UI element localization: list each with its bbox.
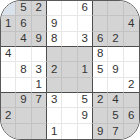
sudoku-cell-r8c3[interactable] bbox=[32, 108, 47, 123]
sudoku-cell-r7c8[interactable]: 4 bbox=[108, 93, 123, 108]
sudoku-cell-r5c2[interactable]: 8 bbox=[16, 62, 31, 77]
sudoku-app-icon: 526169449836248832159129735242956197 bbox=[0, 0, 140, 140]
sudoku-cell-r2c4[interactable]: 9 bbox=[47, 16, 62, 31]
sudoku-cell-r9c7[interactable]: 9 bbox=[93, 124, 108, 139]
sudoku-cell-r2c3[interactable] bbox=[32, 16, 47, 31]
sudoku-cell-r1c1[interactable] bbox=[1, 1, 16, 16]
sudoku-cell-r4c2[interactable] bbox=[16, 47, 31, 62]
sudoku-cell-r8c1[interactable]: 2 bbox=[1, 108, 16, 123]
sudoku-cell-r5c3[interactable]: 3 bbox=[32, 62, 47, 77]
sudoku-cell-r6c8[interactable] bbox=[108, 78, 123, 93]
sudoku-cell-r3c8[interactable]: 2 bbox=[108, 32, 123, 47]
sudoku-cell-r8c8[interactable]: 5 bbox=[108, 108, 123, 123]
sudoku-cell-r4c1[interactable]: 4 bbox=[1, 47, 16, 62]
sudoku-cell-r3c5[interactable] bbox=[62, 32, 77, 47]
sudoku-cell-r3c6[interactable]: 3 bbox=[78, 32, 93, 47]
sudoku-cell-r2c8[interactable] bbox=[108, 16, 123, 31]
sudoku-cell-r1c2[interactable]: 5 bbox=[16, 1, 31, 16]
sudoku-cell-r4c7[interactable]: 8 bbox=[93, 47, 108, 62]
sudoku-cell-r1c4[interactable] bbox=[47, 1, 62, 16]
sudoku-cell-r5c5[interactable] bbox=[62, 62, 77, 77]
sudoku-cell-r4c4[interactable] bbox=[47, 47, 62, 62]
sudoku-cell-r5c7[interactable]: 5 bbox=[93, 62, 108, 77]
sudoku-cell-r6c4[interactable] bbox=[47, 78, 62, 93]
sudoku-cell-r6c5[interactable] bbox=[62, 78, 77, 93]
sudoku-cell-r3c7[interactable]: 6 bbox=[93, 32, 108, 47]
sudoku-cell-r1c8[interactable] bbox=[108, 1, 123, 16]
sudoku-cell-r4c3[interactable] bbox=[32, 47, 47, 62]
sudoku-cell-r9c4[interactable]: 1 bbox=[47, 124, 62, 139]
sudoku-cell-r9c6[interactable] bbox=[78, 124, 93, 139]
sudoku-cell-r8c2[interactable] bbox=[16, 108, 31, 123]
sudoku-cell-r5c1[interactable] bbox=[1, 62, 16, 77]
sudoku-cell-r7c5[interactable] bbox=[62, 93, 77, 108]
sudoku-cell-r6c7[interactable] bbox=[93, 78, 108, 93]
sudoku-cell-r3c4[interactable]: 8 bbox=[47, 32, 62, 47]
sudoku-cell-r1c3[interactable]: 2 bbox=[32, 1, 47, 16]
sudoku-cell-r7c1[interactable] bbox=[1, 93, 16, 108]
sudoku-cell-r1c5[interactable] bbox=[62, 1, 77, 16]
sudoku-cell-r7c7[interactable]: 2 bbox=[93, 93, 108, 108]
sudoku-cell-r3c2[interactable]: 4 bbox=[16, 32, 31, 47]
sudoku-cell-r9c3[interactable] bbox=[32, 124, 47, 139]
sudoku-cell-r4c6[interactable] bbox=[78, 47, 93, 62]
sudoku-cell-r2c7[interactable] bbox=[93, 16, 108, 31]
sudoku-cell-r9c8[interactable]: 7 bbox=[108, 124, 123, 139]
sudoku-cell-r8c7[interactable] bbox=[93, 108, 108, 123]
sudoku-cell-r9c1[interactable] bbox=[1, 124, 16, 139]
sudoku-cell-r7c3[interactable]: 7 bbox=[32, 93, 47, 108]
sudoku-cell-r6c3[interactable]: 1 bbox=[32, 78, 47, 93]
sudoku-cell-r8c6[interactable]: 9 bbox=[78, 108, 93, 123]
sudoku-board: 526169449836248832159129735242956197 bbox=[1, 1, 139, 139]
sudoku-cell-r1c9[interactable] bbox=[124, 1, 139, 16]
sudoku-cell-r9c5[interactable] bbox=[62, 124, 77, 139]
sudoku-cell-r7c2[interactable]: 9 bbox=[16, 93, 31, 108]
sudoku-cell-r7c4[interactable]: 3 bbox=[47, 93, 62, 108]
sudoku-cell-r8c4[interactable] bbox=[47, 108, 62, 123]
sudoku-cell-r3c1[interactable] bbox=[1, 32, 16, 47]
sudoku-cell-r4c8[interactable] bbox=[108, 47, 123, 62]
sudoku-cell-r6c9[interactable]: 2 bbox=[124, 78, 139, 93]
sudoku-cell-r5c4[interactable]: 2 bbox=[47, 62, 62, 77]
sudoku-cell-r8c5[interactable] bbox=[62, 108, 77, 123]
sudoku-cell-r5c8[interactable]: 9 bbox=[108, 62, 123, 77]
sudoku-cell-r9c2[interactable] bbox=[16, 124, 31, 139]
sudoku-cell-r2c1[interactable]: 1 bbox=[1, 16, 16, 31]
sudoku-cell-r5c6[interactable]: 1 bbox=[78, 62, 93, 77]
sudoku-cell-r1c7[interactable] bbox=[93, 1, 108, 16]
sudoku-cell-r6c2[interactable] bbox=[16, 78, 31, 93]
sudoku-cell-r6c1[interactable] bbox=[1, 78, 16, 93]
sudoku-cell-r5c9[interactable] bbox=[124, 62, 139, 77]
sudoku-cell-r7c6[interactable]: 5 bbox=[78, 93, 93, 108]
sudoku-cell-r3c3[interactable]: 9 bbox=[32, 32, 47, 47]
sudoku-cell-r4c9[interactable] bbox=[124, 47, 139, 62]
sudoku-cell-r4c5[interactable] bbox=[62, 47, 77, 62]
sudoku-cell-r7c9[interactable] bbox=[124, 93, 139, 108]
sudoku-cell-r2c9[interactable]: 4 bbox=[124, 16, 139, 31]
sudoku-cell-r8c9[interactable]: 6 bbox=[124, 108, 139, 123]
sudoku-cell-r9c9[interactable] bbox=[124, 124, 139, 139]
sudoku-cell-r2c5[interactable] bbox=[62, 16, 77, 31]
sudoku-cell-r6c6[interactable] bbox=[78, 78, 93, 93]
sudoku-cell-r2c2[interactable]: 6 bbox=[16, 16, 31, 31]
sudoku-cell-r1c6[interactable]: 6 bbox=[78, 1, 93, 16]
sudoku-cell-r3c9[interactable] bbox=[124, 32, 139, 47]
sudoku-cell-r2c6[interactable] bbox=[78, 16, 93, 31]
